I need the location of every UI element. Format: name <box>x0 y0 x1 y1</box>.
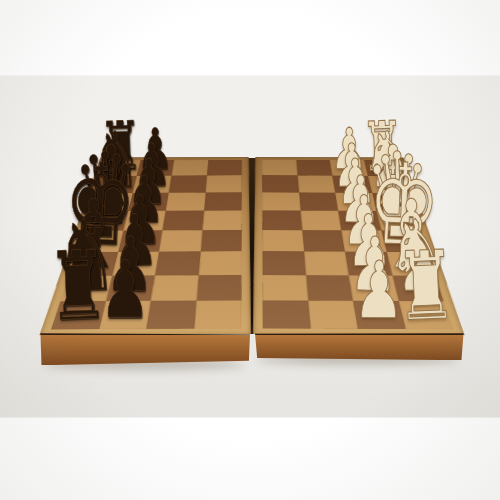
square-e1 <box>381 231 428 253</box>
square-e8 <box>76 231 123 253</box>
square-b7 <box>132 176 171 193</box>
square-f4 <box>262 251 305 275</box>
square-c4 <box>262 192 300 210</box>
square-g1 <box>392 275 444 301</box>
square-d1 <box>376 211 420 231</box>
square-g7 <box>106 275 156 301</box>
square-c2 <box>335 193 376 211</box>
square-f1 <box>386 252 435 276</box>
square-d8 <box>83 211 127 231</box>
right-box-side <box>254 333 464 360</box>
square-f3 <box>304 252 349 276</box>
square-d5 <box>202 210 242 230</box>
square-d7 <box>123 211 166 231</box>
square-c3 <box>299 192 338 210</box>
square-g6 <box>151 275 198 301</box>
square-c7 <box>128 193 169 211</box>
square-e6 <box>159 230 202 252</box>
chess-board <box>37 157 467 334</box>
square-b6 <box>169 176 207 193</box>
board-left-half <box>39 157 251 335</box>
square-a8 <box>101 160 140 176</box>
square-a5 <box>207 160 242 176</box>
square-d4 <box>262 210 302 230</box>
square-g5 <box>196 275 241 301</box>
photo-backdrop: ♜♟♟♜♞♟♟♞♝♟♟♝♛♟♟♛♚♟♟♚♝♟♟♝♞♟♟♞♜♟♟♜ <box>0 0 500 500</box>
square-e3 <box>302 230 345 252</box>
square-b2 <box>332 176 371 193</box>
floor-shadow <box>257 355 459 364</box>
board-right-half <box>253 157 465 335</box>
square-g8 <box>60 275 112 301</box>
square-e4 <box>262 230 303 252</box>
square-a2 <box>330 160 368 176</box>
floor-shadow <box>43 360 245 369</box>
square-f7 <box>112 252 159 276</box>
square-d6 <box>163 211 204 231</box>
square-h2 <box>353 301 405 329</box>
square-h1 <box>398 301 453 329</box>
square-f5 <box>198 251 241 275</box>
square-f6 <box>155 252 200 276</box>
square-e7 <box>118 230 163 252</box>
square-e5 <box>200 230 241 252</box>
square-a1 <box>364 160 403 176</box>
square-e2 <box>341 230 386 252</box>
square-h5 <box>194 300 242 328</box>
left-box-side <box>40 333 250 365</box>
square-h6 <box>146 301 196 329</box>
square-h3 <box>308 301 358 329</box>
square-h7 <box>99 301 151 329</box>
square-b5 <box>205 175 242 192</box>
square-c8 <box>90 193 132 211</box>
square-b3 <box>297 176 335 193</box>
square-a6 <box>172 160 208 176</box>
square-g2 <box>349 275 399 301</box>
square-d3 <box>300 211 341 231</box>
square-f2 <box>345 252 392 276</box>
square-d2 <box>338 211 381 231</box>
square-b8 <box>96 176 137 193</box>
square-c5 <box>204 192 242 210</box>
square-a4 <box>262 160 297 176</box>
square-g3 <box>306 275 353 301</box>
square-c1 <box>372 193 414 211</box>
square-h4 <box>263 300 311 328</box>
square-h8 <box>51 301 106 329</box>
square-c6 <box>166 192 205 210</box>
square-b4 <box>262 175 299 192</box>
square-a7 <box>136 160 174 176</box>
square-f8 <box>69 252 118 276</box>
square-b1 <box>368 176 409 193</box>
square-g4 <box>263 275 308 301</box>
square-a3 <box>296 160 332 176</box>
